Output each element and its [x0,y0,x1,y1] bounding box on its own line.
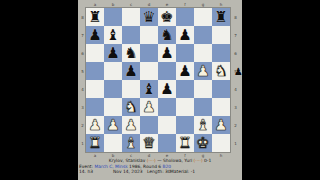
square-b1 [104,134,122,152]
square-f3 [176,98,194,116]
square-g5: ♟ [194,62,212,80]
white-n-piece: ♞ [122,98,140,116]
square-e1 [158,134,176,152]
coord-label: c [122,2,140,7]
players-line: Krylov, Stanislav (····) — Sholowa, Yuri… [78,158,242,163]
text-segment: March C, Minsk [94,164,127,169]
white-q-piece: ♛ [140,134,158,152]
square-d4: ♝ [140,80,158,98]
square-d5 [140,62,158,80]
text-segment: (····) [194,158,203,163]
black-p-piece: ♟ [122,62,140,80]
square-a4 [86,80,104,98]
black-k-piece: ♚ [158,8,176,26]
square-e5 [158,62,176,80]
coord-label: f [176,2,194,7]
black-p-piece: ♟ [176,62,194,80]
white-b-piece: ♝ [194,116,212,134]
square-a5 [86,62,104,80]
black-q-piece: ♛ [140,8,158,26]
chess-board: ♜♛♚♜♟♝♞♟♟♞♟♟♟♟♞♝♟♞♟♟♟♟♝♟♜♝♛♜♚ [86,8,230,152]
white-r-piece: ♜ [86,134,104,152]
square-a3 [86,98,104,116]
square-d6 [140,44,158,62]
material-pawn-icon: ♟ [234,66,243,78]
text-segment: (····) [147,158,156,163]
square-b5 [104,62,122,80]
square-e7: ♞ [158,26,176,44]
square-d2 [140,116,158,134]
coord-label: 1 [80,134,85,152]
square-b4 [104,80,122,98]
square-c3: ♞ [122,98,140,116]
coord-label: 8 [80,8,85,26]
square-d3: ♟ [140,98,158,116]
white-p-piece: ♟ [122,116,140,134]
square-d8: ♛ [140,8,158,26]
square-g6 [194,44,212,62]
event-line: Event: March C, Minsk 1986, Round 6 B20 [79,164,171,169]
stats-segment: Length: 30 [147,169,171,174]
coord-label: 6 [80,44,85,62]
square-c4 [122,80,140,98]
square-b6: ♟ [104,44,122,62]
square-f2 [176,116,194,134]
white-p-piece: ♟ [140,98,158,116]
text-segment: 0-1 [203,158,212,163]
square-g1: ♚ [194,134,212,152]
square-a2: ♟ [86,116,104,134]
square-h1 [212,134,230,152]
square-e8: ♚ [158,8,176,26]
square-f1: ♜ [176,134,194,152]
square-f7: ♟ [176,26,194,44]
square-a7: ♟ [86,26,104,44]
square-e2 [158,116,176,134]
coord-label: a [86,2,104,7]
coord-label: 7 [233,26,238,44]
square-e3 [158,98,176,116]
coord-label: 4 [233,80,238,98]
square-c5: ♟ [122,62,140,80]
coord-label: 1 [233,134,238,152]
square-g2: ♝ [194,116,212,134]
coord-label: 2 [233,116,238,134]
text-segment: Krylov, Stanislav [109,158,147,163]
coord-label: 7 [80,26,85,44]
square-h6 [212,44,230,62]
rank-labels-left: 87654321 [80,8,85,152]
text-segment: Sholowa, Yuri [163,158,194,163]
chess-viewer-panel: abcdefgh abcdefgh 87654321 87654321 ♜♛♚♜… [78,0,242,180]
coord-label: 6 [233,44,238,62]
coord-label: b [104,2,122,7]
square-b7: ♝ [104,26,122,44]
square-c6: ♞ [122,44,140,62]
coord-label: 2 [80,116,85,134]
square-f6 [176,44,194,62]
square-e4: ♟ [158,80,176,98]
square-b2: ♟ [104,116,122,134]
square-a8: ♜ [86,8,104,26]
square-h4 [212,80,230,98]
white-p-piece: ♟ [104,116,122,134]
square-g4 [194,80,212,98]
square-h2: ♟ [212,116,230,134]
white-p-piece: ♟ [86,116,104,134]
square-d7 [140,26,158,44]
black-r-piece: ♜ [212,8,230,26]
square-f8 [176,8,194,26]
stats-segment: Material: -1 [170,169,195,174]
coord-label: 3 [80,98,85,116]
coord-label: 4 [80,80,85,98]
square-c7 [122,26,140,44]
stats-segment: 14. h3 [79,169,93,174]
black-b-piece: ♝ [140,80,158,98]
stats-segment: Nov 14, 2023 [113,169,143,174]
square-h8: ♜ [212,8,230,26]
black-n-piece: ♞ [122,44,140,62]
coord-label: e [158,2,176,7]
square-g8 [194,8,212,26]
letterbox-right [242,0,320,180]
black-b-piece: ♝ [104,26,122,44]
coord-label: 8 [233,8,238,26]
video-frame: abcdefgh abcdefgh 87654321 87654321 ♜♛♚♜… [0,0,320,180]
square-h7 [212,26,230,44]
coord-label: 3 [233,98,238,116]
square-f4 [176,80,194,98]
square-c8 [122,8,140,26]
coord-label: 5 [80,62,85,80]
black-p-piece: ♟ [158,44,176,62]
black-n-piece: ♞ [158,26,176,44]
square-g3 [194,98,212,116]
text-segment: 1986, Round 6 [128,164,163,169]
square-d1: ♛ [140,134,158,152]
white-p-piece: ♟ [194,62,212,80]
square-b8 [104,8,122,26]
square-c2: ♟ [122,116,140,134]
white-k-piece: ♚ [194,134,212,152]
square-e6: ♟ [158,44,176,62]
black-p-piece: ♟ [104,44,122,62]
square-a6 [86,44,104,62]
text-segment: Event: [79,164,94,169]
square-b3 [104,98,122,116]
white-b-piece: ♝ [122,134,140,152]
black-r-piece: ♜ [86,8,104,26]
letterbox-left [0,0,78,180]
coord-label: h [212,2,230,7]
square-h3 [212,98,230,116]
white-r-piece: ♜ [176,134,194,152]
square-h5: ♞ [212,62,230,80]
coord-label: g [194,2,212,7]
square-f5: ♟ [176,62,194,80]
text-segment: B20 [163,164,172,169]
coord-label: d [140,2,158,7]
text-segment: — [156,158,163,163]
square-a1: ♜ [86,134,104,152]
file-labels-top: abcdefgh [86,2,230,7]
black-p-piece: ♟ [86,26,104,44]
black-p-piece: ♟ [176,26,194,44]
square-c1: ♝ [122,134,140,152]
square-g7 [194,26,212,44]
rank-labels-right: 87654321 [233,8,238,152]
white-p-piece: ♟ [212,116,230,134]
white-n-piece: ♞ [212,62,230,80]
black-p-piece: ♟ [158,80,176,98]
